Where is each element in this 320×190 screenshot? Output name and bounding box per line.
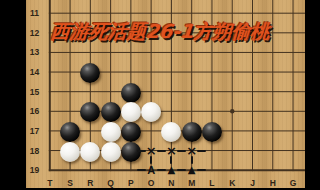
white-stone-Q17 [101, 122, 121, 142]
dash-horizontal [177, 169, 186, 171]
dash-horizontal [157, 150, 166, 152]
white-stone-R18 [80, 142, 100, 162]
letterbox-left [0, 0, 26, 190]
black-stone-P15 [121, 83, 141, 103]
black-stone-Q16 [101, 102, 121, 122]
dash-horizontal [177, 150, 186, 152]
dash-horizontal [197, 169, 206, 171]
go-app-screen: 111213141516171819 TSRQPONMLKJHG ×××▲▲A … [0, 0, 320, 190]
dash-horizontal [197, 150, 206, 152]
black-stone-P18 [121, 142, 141, 162]
black-stone-P17 [121, 122, 141, 142]
white-stone-Q18 [101, 142, 121, 162]
black-stone-M17 [182, 122, 202, 142]
black-stone-S17 [60, 122, 80, 142]
dash-vertical [150, 156, 152, 164]
dash-horizontal [137, 150, 146, 152]
letterbox-bottom [0, 188, 320, 190]
black-stone-L17 [202, 122, 222, 142]
dash-horizontal [157, 169, 166, 171]
white-stone-S18 [60, 142, 80, 162]
dash-horizontal [137, 169, 146, 171]
letterbox-right [305, 0, 320, 190]
dash-vertical [191, 156, 193, 164]
puzzle-title: 西游死活题26-1方朔偷桃 [44, 20, 276, 42]
